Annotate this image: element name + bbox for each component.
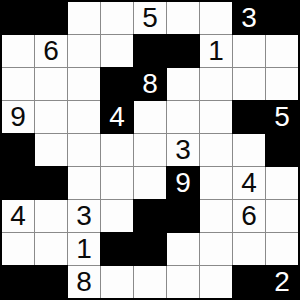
cell-r1c1	[2, 2, 34, 34]
cell-r6c8[interactable]: 4	[233, 167, 265, 199]
cell-r1c6[interactable]	[167, 2, 199, 34]
cell-r1c7[interactable]	[200, 2, 232, 34]
cell-r9c2	[35, 266, 67, 298]
cell-r2c8[interactable]	[233, 35, 265, 67]
cell-r8c3[interactable]: 1	[68, 233, 100, 265]
cell-r8c9[interactable]	[266, 233, 298, 265]
cell-r3c7[interactable]	[200, 68, 232, 100]
cell-r7c1[interactable]: 4	[2, 200, 34, 232]
cell-r2c9[interactable]	[266, 35, 298, 67]
cell-r5c3[interactable]	[68, 134, 100, 166]
cell-r9c6[interactable]	[167, 266, 199, 298]
cell-r8c6[interactable]	[167, 233, 199, 265]
cell-r8c7[interactable]	[200, 233, 232, 265]
cell-r9c5[interactable]	[134, 266, 166, 298]
cell-r2c1[interactable]	[2, 35, 34, 67]
cell-r4c2[interactable]	[35, 101, 67, 133]
cell-r4c1[interactable]: 9	[2, 101, 34, 133]
cell-r3c1[interactable]	[2, 68, 34, 100]
cell-r1c9	[266, 2, 298, 34]
cell-r4c6[interactable]	[167, 101, 199, 133]
cell-r7c2[interactable]	[35, 200, 67, 232]
cell-r2c7[interactable]: 1	[200, 35, 232, 67]
str8ts-board: 53618945394436182	[0, 0, 300, 300]
cell-r9c8	[233, 266, 265, 298]
cell-r7c9[interactable]	[266, 200, 298, 232]
cell-r6c6: 9	[167, 167, 199, 199]
cell-r3c5: 8	[134, 68, 166, 100]
cell-r9c9: 2	[266, 266, 298, 298]
cell-r9c4[interactable]	[101, 266, 133, 298]
cell-r5c6[interactable]: 3	[167, 134, 199, 166]
cell-r1c8: 3	[233, 2, 265, 34]
cell-r2c6	[167, 35, 199, 67]
cell-r3c6[interactable]	[167, 68, 199, 100]
cell-r8c5	[134, 233, 166, 265]
cell-r4c5[interactable]	[134, 101, 166, 133]
cell-r1c3[interactable]	[68, 2, 100, 34]
cell-r5c9	[266, 134, 298, 166]
cell-r7c3[interactable]: 3	[68, 200, 100, 232]
cell-r7c8[interactable]: 6	[233, 200, 265, 232]
cell-r6c1	[2, 167, 34, 199]
cell-r3c4	[101, 68, 133, 100]
cell-r3c9[interactable]	[266, 68, 298, 100]
cell-r7c7[interactable]	[200, 200, 232, 232]
cell-r6c5[interactable]	[134, 167, 166, 199]
cell-r5c7[interactable]	[200, 134, 232, 166]
cell-r1c5[interactable]: 5	[134, 2, 166, 34]
cell-r5c1	[2, 134, 34, 166]
cell-r6c2	[35, 167, 67, 199]
cell-r5c4[interactable]	[101, 134, 133, 166]
cell-r9c7[interactable]	[200, 266, 232, 298]
cell-r8c8[interactable]	[233, 233, 265, 265]
cell-r3c8[interactable]	[233, 68, 265, 100]
cell-r2c2[interactable]: 6	[35, 35, 67, 67]
cell-r7c5	[134, 200, 166, 232]
cell-r7c4[interactable]	[101, 200, 133, 232]
cell-r4c8	[233, 101, 265, 133]
cell-r6c3[interactable]	[68, 167, 100, 199]
cell-r8c1[interactable]	[2, 233, 34, 265]
cell-r6c9[interactable]	[266, 167, 298, 199]
cell-r5c2[interactable]	[35, 134, 67, 166]
cell-r1c2	[35, 2, 67, 34]
cell-r2c4[interactable]	[101, 35, 133, 67]
cell-r3c3[interactable]	[68, 68, 100, 100]
cell-r4c3[interactable]	[68, 101, 100, 133]
cell-r5c5[interactable]	[134, 134, 166, 166]
cell-r3c2[interactable]	[35, 68, 67, 100]
cell-r9c1	[2, 266, 34, 298]
cell-r8c4	[101, 233, 133, 265]
cell-r4c9: 5	[266, 101, 298, 133]
cell-r8c2[interactable]	[35, 233, 67, 265]
cell-r4c7[interactable]	[200, 101, 232, 133]
cell-r7c6	[167, 200, 199, 232]
cell-r4c4: 4	[101, 101, 133, 133]
cell-r2c5	[134, 35, 166, 67]
cell-r9c3[interactable]: 8	[68, 266, 100, 298]
cell-r6c7[interactable]	[200, 167, 232, 199]
cell-r6c4[interactable]	[101, 167, 133, 199]
cell-r1c4[interactable]	[101, 2, 133, 34]
cell-r2c3[interactable]	[68, 35, 100, 67]
cell-r5c8[interactable]	[233, 134, 265, 166]
